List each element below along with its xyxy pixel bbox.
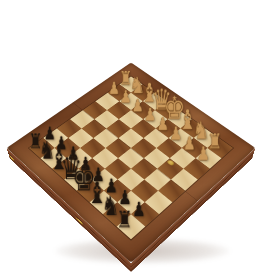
board-squares: ♜♞♝♛♚♝♞♜♟♟♟♟♟♟♟♟♟♟♟♟♟♟♟♟♜♞♝♛♚♝♞♜ (29, 76, 233, 239)
chess-board: ♜♞♝♛♚♝♞♜♟♟♟♟♟♟♟♟♟♟♟♟♟♟♟♟♜♞♝♛♚♝♞♜ (7, 63, 256, 263)
board-frame: ♜♞♝♛♚♝♞♜♟♟♟♟♟♟♟♟♟♟♟♟♟♟♟♟♜♞♝♛♚♝♞♜ (7, 63, 256, 263)
product-photo: ♜♞♝♛♚♝♞♜♟♟♟♟♟♟♟♟♟♟♟♟♟♟♟♟♜♞♝♛♚♝♞♜ (0, 0, 280, 280)
piece-black-pawn: ♟ (43, 125, 55, 143)
brass-latch-icon (78, 218, 83, 225)
square-h8: ♜ (117, 214, 145, 239)
piece-black-pawn: ♟ (105, 176, 118, 195)
brass-latch-icon (10, 155, 15, 161)
square-h2: ♟ (196, 148, 222, 169)
piece-black-rook: ♜ (28, 131, 43, 152)
scene: ♜♞♝♛♚♝♞♜♟♟♟♟♟♟♟♟♟♟♟♟♟♟♟♟♜♞♝♛♚♝♞♜ (0, 0, 280, 280)
square-g2: ♟ (182, 138, 207, 158)
